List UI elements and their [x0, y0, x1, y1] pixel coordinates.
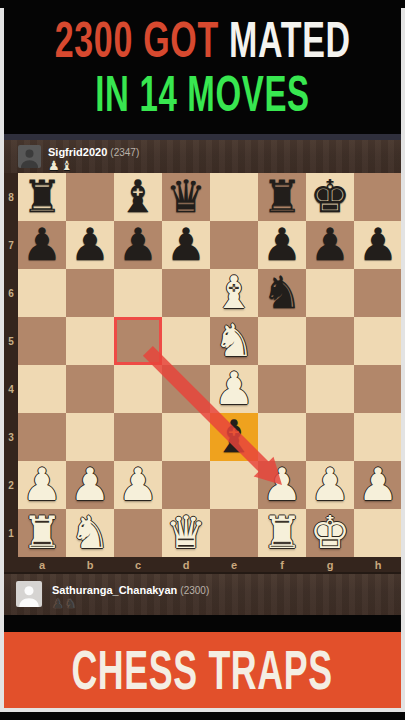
square-h4[interactable]	[354, 365, 402, 413]
black-queen: ♛	[166, 173, 206, 221]
title-band: 2300 GOT MATED IN 14 MOVES	[4, 0, 401, 134]
right-frame-border	[401, 8, 405, 712]
square-c5[interactable]	[114, 317, 162, 365]
square-g8[interactable]: ♚	[306, 173, 354, 221]
square-d6[interactable]	[162, 269, 210, 317]
rank-label-7: 7	[4, 221, 18, 269]
square-e7[interactable]	[210, 221, 258, 269]
square-a5[interactable]	[18, 317, 66, 365]
square-g6[interactable]	[306, 269, 354, 317]
square-h5[interactable]	[354, 317, 402, 365]
square-e8[interactable]	[210, 173, 258, 221]
square-c7[interactable]: ♟	[114, 221, 162, 269]
top-player-rating: (2347)	[110, 147, 139, 158]
square-e2[interactable]	[210, 461, 258, 509]
white-pawn: ♟	[262, 461, 302, 509]
square-e4[interactable]: ♟	[210, 365, 258, 413]
white-pawn: ♟	[358, 461, 398, 509]
square-h1[interactable]	[354, 509, 402, 557]
white-pawn: ♟	[70, 461, 110, 509]
square-d7[interactable]: ♟	[162, 221, 210, 269]
square-f8[interactable]: ♜	[258, 173, 306, 221]
file-label-g: g	[306, 557, 354, 572]
file-label-d: d	[162, 557, 210, 572]
square-d5[interactable]	[162, 317, 210, 365]
file-label-b: b	[66, 557, 114, 572]
square-f3[interactable]	[258, 413, 306, 461]
black-rook: ♜	[22, 173, 62, 221]
square-d1[interactable]: ♛	[162, 509, 210, 557]
square-a7[interactable]: ♟	[18, 221, 66, 269]
top-player-avatar[interactable]	[18, 145, 41, 168]
left-frame-border	[0, 8, 4, 712]
person-icon	[16, 581, 42, 607]
square-b1[interactable]: ♞	[66, 509, 114, 557]
title-white-text: MATED	[219, 12, 351, 68]
bottom-player-name: Sathuranga_Chanakyan	[52, 584, 177, 596]
square-c4[interactable]	[114, 365, 162, 413]
square-f5[interactable]	[258, 317, 306, 365]
square-e5[interactable]: ♞	[210, 317, 258, 365]
rank-label-6: 6	[4, 269, 18, 317]
square-b3[interactable]	[66, 413, 114, 461]
square-e3[interactable]: ♝	[210, 413, 258, 461]
square-h7[interactable]: ♟	[354, 221, 402, 269]
square-b6[interactable]	[66, 269, 114, 317]
bottom-captured-pieces: ♟♞	[52, 597, 209, 610]
banner-text: CHESS TRAPS	[72, 638, 333, 702]
black-king: ♚	[310, 173, 350, 221]
bottom-player-bar[interactable]: Sathuranga_Chanakyan(2300) ♟♞	[4, 572, 401, 615]
square-e6[interactable]: ♝	[210, 269, 258, 317]
white-king: ♚	[310, 509, 350, 557]
file-label-h: h	[354, 557, 402, 572]
captured-white-bishop-icon: ♝	[61, 158, 74, 173]
person-icon	[18, 145, 41, 168]
rank-label-1: 1	[4, 509, 18, 557]
black-knight: ♞	[262, 269, 302, 317]
square-b7[interactable]: ♟	[66, 221, 114, 269]
rank-label-3: 3	[4, 413, 18, 461]
title-line-1: 2300 GOT MATED	[0, 13, 405, 67]
square-d8[interactable]: ♛	[162, 173, 210, 221]
black-pawn: ♟	[358, 221, 398, 269]
white-rook: ♜	[22, 509, 62, 557]
square-g1[interactable]: ♚	[306, 509, 354, 557]
square-b8[interactable]	[66, 173, 114, 221]
white-knight: ♞	[70, 509, 110, 557]
square-c6[interactable]	[114, 269, 162, 317]
bottom-divider-line	[0, 708, 405, 712]
white-queen: ♛	[166, 509, 206, 557]
square-a1[interactable]: ♜	[18, 509, 66, 557]
white-pawn: ♟	[118, 461, 158, 509]
top-player-bar[interactable]: Sigfrid2020(2347) ♟♝	[4, 140, 401, 173]
captured-black-pawn-icon: ♟	[52, 596, 65, 611]
white-pawn: ♟	[22, 461, 62, 509]
white-pawn: ♟	[310, 461, 350, 509]
captured-black-knight-icon: ♞	[65, 596, 78, 611]
square-h6[interactable]	[354, 269, 402, 317]
square-d3[interactable]	[162, 413, 210, 461]
bottom-player-avatar[interactable]	[16, 581, 42, 607]
rank-label-5: 5	[4, 317, 18, 365]
black-bishop: ♝	[214, 413, 254, 461]
square-e1[interactable]	[210, 509, 258, 557]
square-g2[interactable]: ♟	[306, 461, 354, 509]
rank-labels: 87654321	[4, 173, 18, 557]
title-green-text: IN 14 MOVES	[95, 67, 310, 121]
white-bishop: ♝	[214, 269, 254, 317]
square-f1[interactable]: ♜	[258, 509, 306, 557]
square-g7[interactable]: ♟	[306, 221, 354, 269]
title-line-2: IN 14 MOVES	[40, 67, 365, 121]
top-player-name: Sigfrid2020	[48, 146, 107, 158]
square-b5[interactable]	[66, 317, 114, 365]
file-label-f: f	[258, 557, 306, 572]
square-h8[interactable]	[354, 173, 402, 221]
title-red-text: 2300 GOT	[54, 12, 218, 68]
bottom-banner: CHESS TRAPS	[4, 632, 401, 708]
square-a8[interactable]: ♜	[18, 173, 66, 221]
black-pawn: ♟	[310, 221, 350, 269]
square-f6[interactable]: ♞	[258, 269, 306, 317]
board-grid: ♜♝♛♜♚♟♟♟♟♟♟♟♝♞♞♟♝♟♟♟♟♟♟♜♞♛♜♚	[18, 173, 402, 557]
white-rook: ♜	[262, 509, 302, 557]
chess-board: 87654321 ♜♝♛♜♚♟♟♟♟♟♟♟♝♞♞♟♝♟♟♟♟♟♟♜♞♛♜♚ ab…	[4, 173, 401, 572]
square-c8[interactable]: ♝	[114, 173, 162, 221]
rank-label-4: 4	[4, 365, 18, 413]
square-c2[interactable]: ♟	[114, 461, 162, 509]
square-d4[interactable]	[162, 365, 210, 413]
video-frame: 2300 GOT MATED IN 14 MOVES Sigfrid2020(2…	[0, 0, 405, 720]
rank-label-8: 8	[4, 173, 18, 221]
black-pawn: ♟	[70, 221, 110, 269]
square-f2[interactable]: ♟	[258, 461, 306, 509]
file-label-e: e	[210, 557, 258, 572]
square-h2[interactable]: ♟	[354, 461, 402, 509]
black-pawn: ♟	[22, 221, 62, 269]
bottom-player-info: Sathuranga_Chanakyan(2300) ♟♞	[52, 582, 209, 610]
square-f7[interactable]: ♟	[258, 221, 306, 269]
file-labels: abcdefgh	[18, 557, 402, 572]
black-pawn: ♟	[166, 221, 206, 269]
square-a3[interactable]	[18, 413, 66, 461]
square-a4[interactable]	[18, 365, 66, 413]
square-a2[interactable]: ♟	[18, 461, 66, 509]
square-a6[interactable]	[18, 269, 66, 317]
black-pawn: ♟	[262, 221, 302, 269]
square-d2[interactable]	[162, 461, 210, 509]
file-label-c: c	[114, 557, 162, 572]
square-f4[interactable]	[258, 365, 306, 413]
square-c3[interactable]	[114, 413, 162, 461]
square-g3[interactable]	[306, 413, 354, 461]
white-knight: ♞	[214, 317, 254, 365]
black-bishop: ♝	[118, 173, 158, 221]
black-pawn: ♟	[118, 221, 158, 269]
top-player-info: Sigfrid2020(2347) ♟♝	[48, 144, 139, 172]
square-g4[interactable]	[306, 365, 354, 413]
file-label-a: a	[18, 557, 66, 572]
square-g5[interactable]	[306, 317, 354, 365]
bottom-player-rating: (2300)	[180, 585, 209, 596]
black-rook: ♜	[262, 173, 302, 221]
white-pawn: ♟	[214, 365, 254, 413]
rank-label-2: 2	[4, 461, 18, 509]
square-c1[interactable]	[114, 509, 162, 557]
square-b2[interactable]: ♟	[66, 461, 114, 509]
square-h3[interactable]	[354, 413, 402, 461]
square-b4[interactable]	[66, 365, 114, 413]
